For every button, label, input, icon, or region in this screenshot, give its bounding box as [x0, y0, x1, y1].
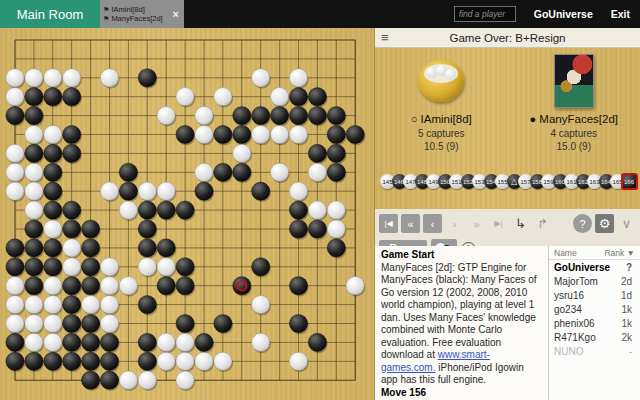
player-list-row[interactable]: phenix061k — [549, 316, 640, 330]
external-link[interactable]: www.smart-games.com. — [381, 349, 490, 373]
chevron-down-icon[interactable]: ∨ — [617, 214, 636, 233]
help-button[interactable]: ? — [573, 214, 592, 233]
game-log: Game StartManyFaces [2d]: GTP Engine for… — [375, 246, 548, 400]
first-move-button[interactable]: |◀ — [379, 214, 398, 233]
top-bar: Main Room ⚑ IAmini[8d] ⚑ ManyFaces[2d] ×… — [0, 0, 640, 28]
forward-1-button[interactable]: › — [445, 214, 464, 233]
panel-header: ≡ Game Over: B+Resign — [375, 28, 640, 48]
player-list-row[interactable]: R471Kgo2k — [549, 330, 640, 344]
game-tab-labels: ⚑ IAmini[8d] ⚑ ManyFaces[2d] — [103, 5, 169, 23]
brand-link[interactable]: GoUniverse — [534, 8, 593, 20]
black-captures: 4 captures — [512, 128, 636, 139]
white-player-avatar — [418, 60, 464, 102]
players-info: ○ IAmini[8d] 5 captures 10.5 (9) ● ManyF… — [375, 49, 640, 168]
player-list-header[interactable]: Name Rank ▼ — [549, 246, 640, 260]
move-stone-166[interactable]: 166 — [622, 174, 637, 189]
black-player-card: ● ManyFaces[2d] 4 captures 15.0 (9) — [512, 49, 636, 168]
forward-10-button[interactable]: » — [467, 214, 486, 233]
player-list-row[interactable]: MajorTom2d — [549, 274, 640, 288]
player-list-row[interactable]: GoUniverse? — [549, 260, 640, 274]
flag-icon: ⚑ — [103, 6, 109, 13]
go-board[interactable] — [0, 28, 375, 400]
back-1-button[interactable]: ‹ — [423, 214, 442, 233]
game-result-title: Game Over: B+Resign — [375, 32, 640, 44]
white-score: 10.5 (9) — [379, 141, 503, 152]
top-bar-right: GoUniverse Exit — [454, 0, 640, 28]
flag-icon: ⚑ — [103, 15, 109, 22]
move-number-strip[interactable]: 145146147148149150151152153154155△157158… — [376, 168, 640, 196]
log-line: Move 156 — [381, 387, 542, 400]
black-score: 15.0 (9) — [512, 141, 636, 152]
player-list-row[interactable]: ysru161d — [549, 288, 640, 302]
log-line: Game Start — [381, 249, 542, 262]
last-move-button[interactable]: ▶| — [489, 214, 508, 233]
go-client-window: Main Room ⚑ IAmini[8d] ⚑ ManyFaces[2d] ×… — [0, 0, 640, 400]
back-10-button[interactable]: « — [401, 214, 420, 233]
black-stone-icon: ● — [530, 113, 537, 125]
variation-down-icon[interactable]: ↳ — [511, 214, 530, 233]
rank-sort-header[interactable]: Rank ▼ — [604, 248, 640, 258]
panel-content: Game StartManyFaces [2d]: GTP Engine for… — [375, 246, 640, 400]
tab-current-game[interactable]: ⚑ IAmini[8d] ⚑ ManyFaces[2d] × — [100, 0, 184, 28]
game-panel: ≡ Game Over: B+Resign ○ IAmini[8d] 5 cap… — [375, 28, 640, 400]
find-player-input[interactable] — [454, 6, 516, 22]
close-tab-icon[interactable]: × — [171, 8, 181, 20]
white-player-name[interactable]: ○ IAmini[8d] — [379, 113, 503, 125]
settings-gear-button[interactable]: ⚙ — [595, 214, 614, 233]
player-list-row[interactable]: NUNO- — [549, 344, 640, 358]
white-stone-icon: ○ — [411, 113, 418, 125]
black-player-name[interactable]: ● ManyFaces[2d] — [512, 113, 636, 125]
board-grid — [0, 28, 375, 400]
variation-up-icon[interactable]: ↱ — [533, 214, 552, 233]
log-line: ManyFaces [2d]: GTP Engine for ManyFaces… — [381, 262, 542, 387]
white-player-card: ○ IAmini[8d] 5 captures 10.5 (9) — [379, 49, 503, 168]
white-captures: 5 captures — [379, 128, 503, 139]
tab-main-room[interactable]: Main Room — [0, 0, 100, 28]
player-list: Name Rank ▼ GoUniverse?MajorTom2dysru161… — [548, 246, 640, 400]
player-list-row[interactable]: go2341k — [549, 302, 640, 316]
black-player-avatar — [554, 54, 594, 108]
exit-button[interactable]: Exit — [611, 8, 630, 20]
